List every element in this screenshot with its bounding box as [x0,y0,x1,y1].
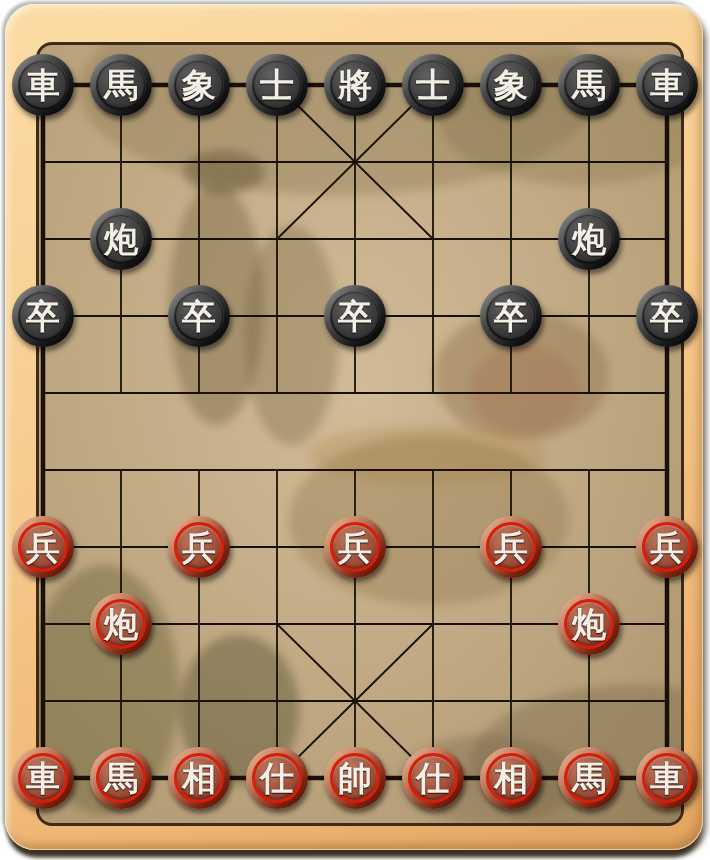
piece-red-chariot[interactable]: 車 [12,747,74,809]
piece-face: 卒 [642,291,692,341]
piece-glyph: 馬 [572,68,606,102]
piece-face: 帥 [330,753,380,803]
piece-face: 車 [642,60,692,110]
piece-face: 車 [18,60,68,110]
piece-face: 馬 [564,60,614,110]
piece-glyph: 馬 [104,761,138,795]
piece-glyph: 卒 [494,299,528,333]
piece-glyph: 兵 [650,530,684,564]
piece-face: 車 [18,753,68,803]
piece-glyph: 車 [26,761,60,795]
piece-glyph: 仕 [416,761,450,795]
piece-red-soldier[interactable]: 兵 [636,516,698,578]
piece-red-cannon[interactable]: 炮 [558,593,620,655]
piece-face: 卒 [174,291,224,341]
piece-face: 馬 [96,753,146,803]
piece-glyph: 兵 [26,530,60,564]
piece-glyph: 炮 [572,222,606,256]
piece-black-advisor[interactable]: 士 [402,54,464,116]
piece-black-horse[interactable]: 馬 [90,54,152,116]
piece-face: 士 [408,60,458,110]
piece-glyph: 象 [182,68,216,102]
piece-glyph: 將 [338,68,372,102]
piece-glyph: 兵 [338,530,372,564]
piece-face: 炮 [96,599,146,649]
piece-black-soldier[interactable]: 卒 [480,285,542,347]
piece-face: 兵 [486,522,536,572]
piece-red-soldier[interactable]: 兵 [480,516,542,578]
piece-face: 炮 [564,599,614,649]
piece-face: 仕 [408,753,458,803]
piece-face: 卒 [486,291,536,341]
piece-glyph: 車 [26,68,60,102]
piece-black-elephant[interactable]: 象 [168,54,230,116]
piece-face: 炮 [96,214,146,264]
piece-glyph: 車 [650,761,684,795]
piece-black-chariot[interactable]: 車 [636,54,698,116]
piece-face: 卒 [18,291,68,341]
piece-black-advisor[interactable]: 士 [246,54,308,116]
piece-glyph: 卒 [650,299,684,333]
piece-red-elephant[interactable]: 相 [168,747,230,809]
piece-face: 兵 [642,522,692,572]
pieces-layer: 車馬象士將士象馬車炮炮卒卒卒卒卒兵兵兵兵兵炮炮車馬相仕帥仕相馬車 [4,46,706,816]
piece-glyph: 馬 [104,68,138,102]
piece-black-cannon[interactable]: 炮 [558,208,620,270]
piece-black-soldier[interactable]: 卒 [636,285,698,347]
piece-glyph: 兵 [182,530,216,564]
piece-red-general[interactable]: 帥 [324,747,386,809]
piece-red-horse[interactable]: 馬 [90,747,152,809]
piece-glyph: 卒 [182,299,216,333]
piece-red-soldier[interactable]: 兵 [12,516,74,578]
piece-glyph: 車 [650,68,684,102]
piece-glyph: 象 [494,68,528,102]
piece-face: 將 [330,60,380,110]
piece-glyph: 士 [416,68,450,102]
piece-black-soldier[interactable]: 卒 [12,285,74,347]
piece-face: 象 [486,60,536,110]
piece-face: 馬 [564,753,614,803]
piece-black-horse[interactable]: 馬 [558,54,620,116]
piece-glyph: 炮 [104,222,138,256]
piece-red-elephant[interactable]: 相 [480,747,542,809]
piece-red-advisor[interactable]: 仕 [246,747,308,809]
piece-face: 兵 [330,522,380,572]
piece-glyph: 士 [260,68,294,102]
piece-glyph: 炮 [104,607,138,641]
piece-face: 相 [174,753,224,803]
piece-face: 卒 [330,291,380,341]
piece-black-general[interactable]: 將 [324,54,386,116]
piece-face: 象 [174,60,224,110]
xiangqi-app: 車馬象士將士象馬車炮炮卒卒卒卒卒兵兵兵兵兵炮炮車馬相仕帥仕相馬車 [0,0,710,860]
piece-glyph: 相 [494,761,528,795]
piece-red-soldier[interactable]: 兵 [324,516,386,578]
piece-glyph: 卒 [26,299,60,333]
piece-glyph: 卒 [338,299,372,333]
piece-red-cannon[interactable]: 炮 [90,593,152,655]
piece-black-elephant[interactable]: 象 [480,54,542,116]
piece-red-advisor[interactable]: 仕 [402,747,464,809]
piece-red-horse[interactable]: 馬 [558,747,620,809]
piece-red-soldier[interactable]: 兵 [168,516,230,578]
piece-glyph: 帥 [338,761,372,795]
piece-face: 馬 [96,60,146,110]
piece-glyph: 仕 [260,761,294,795]
piece-black-chariot[interactable]: 車 [12,54,74,116]
piece-face: 炮 [564,214,614,264]
piece-black-soldier[interactable]: 卒 [168,285,230,347]
piece-red-chariot[interactable]: 車 [636,747,698,809]
piece-face: 車 [642,753,692,803]
piece-glyph: 炮 [572,607,606,641]
piece-face: 仕 [252,753,302,803]
piece-glyph: 相 [182,761,216,795]
piece-glyph: 兵 [494,530,528,564]
piece-black-soldier[interactable]: 卒 [324,285,386,347]
piece-face: 兵 [174,522,224,572]
piece-face: 相 [486,753,536,803]
piece-glyph: 馬 [572,761,606,795]
piece-black-cannon[interactable]: 炮 [90,208,152,270]
piece-face: 士 [252,60,302,110]
piece-face: 兵 [18,522,68,572]
